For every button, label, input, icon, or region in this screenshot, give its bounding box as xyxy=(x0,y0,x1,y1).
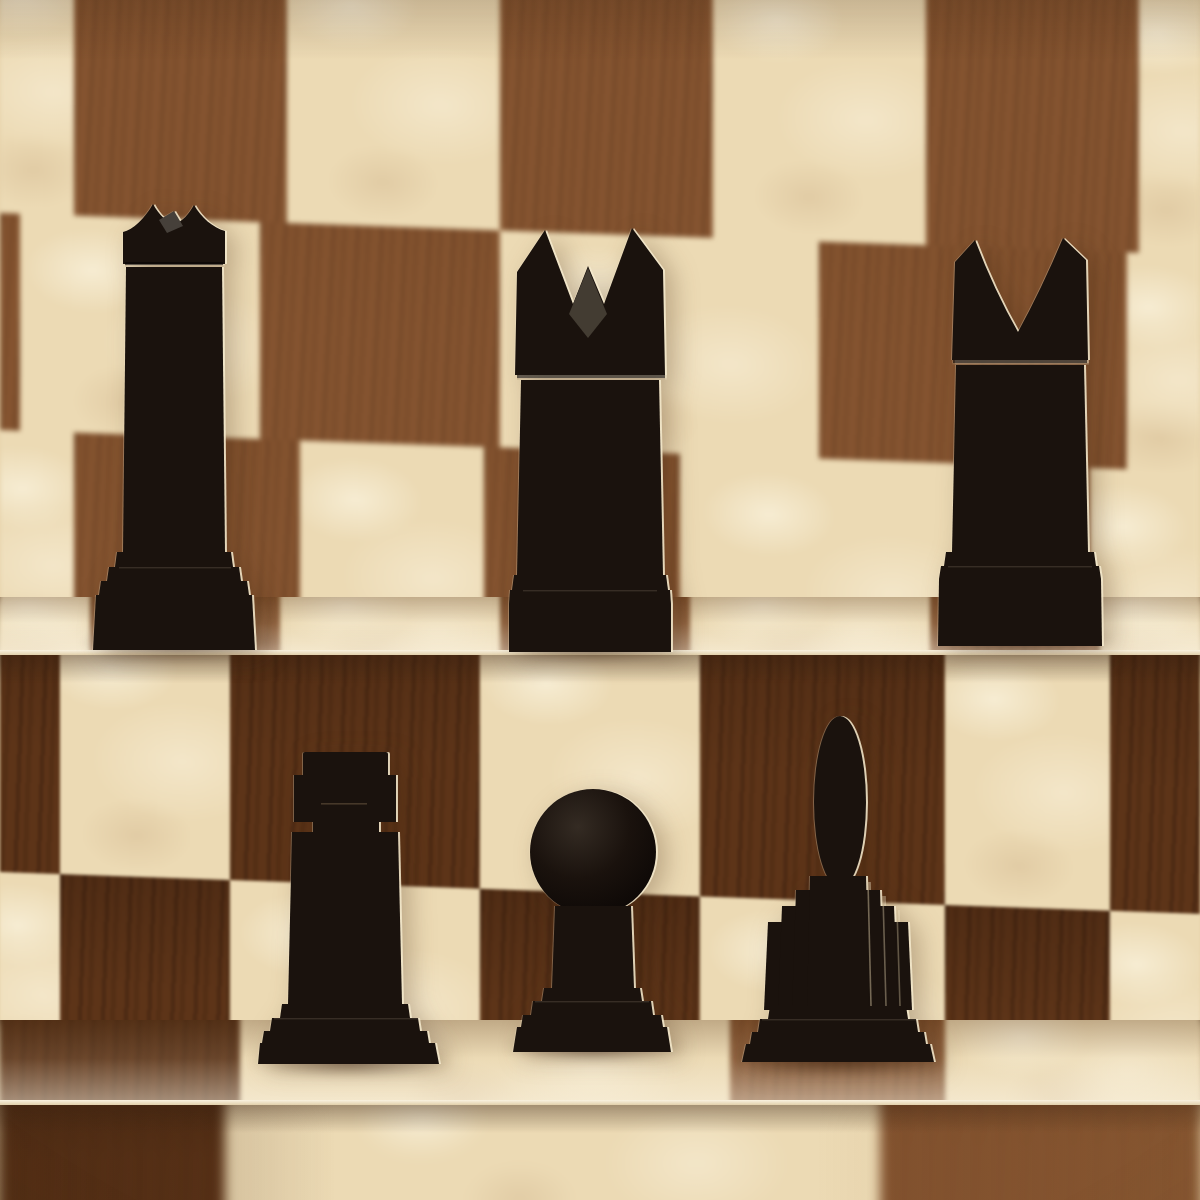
board-square-brown_light xyxy=(74,0,287,223)
knight-base-step-2 xyxy=(758,1019,918,1032)
bishop-mitre xyxy=(952,238,1088,360)
queen-base-step-1 xyxy=(512,575,668,590)
board-square-cream xyxy=(300,440,484,597)
bishop-neck-seam xyxy=(953,360,1087,363)
board-square-cream xyxy=(680,454,976,597)
queen-neck-seam xyxy=(517,375,665,378)
pawn-base-step-2 xyxy=(531,1001,653,1015)
pawn-column xyxy=(552,906,634,988)
board-square-cream xyxy=(60,655,230,880)
king-step-highlight xyxy=(119,567,231,568)
board-square-cream xyxy=(690,597,930,655)
bishop-step-highlight xyxy=(948,566,1092,567)
board-square-brown_dark xyxy=(1110,655,1200,914)
board-square-cream xyxy=(287,0,500,230)
board-square-brown_dark xyxy=(0,655,60,874)
black-queen-piece[interactable] xyxy=(509,226,671,652)
black-bishop-piece[interactable] xyxy=(938,234,1102,646)
king-shaft xyxy=(123,267,225,552)
queen-shaft xyxy=(517,380,663,575)
board-square-cream xyxy=(0,597,90,655)
board-square-brown_dark xyxy=(60,874,230,1020)
king-base-step-3 xyxy=(99,581,249,595)
black-king-piece[interactable] xyxy=(93,198,255,650)
bishop-base-step-2 xyxy=(939,566,1101,579)
pawn-base-step-3 xyxy=(521,1015,663,1027)
board-square-cream xyxy=(1090,468,1200,597)
knight-fin-core xyxy=(807,876,869,1010)
foreground-wall-checker xyxy=(0,1105,1200,1200)
pawn-sphere xyxy=(530,789,656,915)
knight-disc xyxy=(814,716,866,888)
board-square-brown_dark xyxy=(0,1105,225,1200)
board-square-cream xyxy=(0,0,74,216)
scene xyxy=(0,0,1200,1200)
rook-base-step-2 xyxy=(270,1018,420,1031)
board-square-cream xyxy=(945,655,1110,911)
rook-base-step-1 xyxy=(280,1004,410,1018)
king-base-step-1 xyxy=(115,552,233,567)
pawn-base-step-1 xyxy=(542,988,642,1001)
rook-collar-highlight xyxy=(321,803,367,805)
knight-base-step-3 xyxy=(750,1032,926,1044)
knight-step-highlight xyxy=(762,1019,916,1020)
king-base-block xyxy=(93,595,255,650)
board-square-cream xyxy=(1127,252,1200,472)
board-square-brown_dark xyxy=(0,1020,240,1105)
rook-base-step-3 xyxy=(262,1031,429,1043)
pawn-base-block xyxy=(513,1027,671,1052)
king-base-step-2 xyxy=(107,567,241,581)
rook-collar xyxy=(313,800,379,834)
black-knight-piece[interactable] xyxy=(740,710,936,1062)
queen-base-block xyxy=(509,604,671,652)
bishop-shaft xyxy=(952,365,1088,552)
rook-shaft xyxy=(288,832,402,1004)
queen-base-step-2 xyxy=(509,590,671,604)
board-square-brown_light xyxy=(0,213,20,431)
bishop-base-block xyxy=(938,579,1102,646)
king-neck-seam-light xyxy=(125,265,223,267)
board-square-brown_light xyxy=(500,0,713,238)
pawn-step-highlight xyxy=(535,1001,649,1002)
bishop-base-step-1 xyxy=(944,552,1096,566)
board-square-cream xyxy=(225,1105,880,1200)
board-square-cream xyxy=(713,0,926,245)
board-square-brown_light xyxy=(880,1105,1200,1200)
board-square-cream xyxy=(1100,597,1200,655)
knight-base-block xyxy=(742,1044,934,1062)
knight-base-step-1 xyxy=(768,1006,908,1019)
rook-base-block xyxy=(258,1043,439,1064)
black-pawn-piece[interactable] xyxy=(512,786,672,1052)
queen-step-highlight xyxy=(523,590,657,591)
board-square-cream xyxy=(0,872,60,1020)
board-square-cream xyxy=(280,597,500,655)
board-square-brown_dark xyxy=(945,905,1110,1020)
board-square-brown_light xyxy=(260,222,500,447)
board-square-cream xyxy=(1139,0,1200,255)
board-square-cream xyxy=(0,430,74,597)
king-neck-seam xyxy=(125,262,223,265)
board-square-brown_light xyxy=(926,0,1139,253)
rook-step-highlight xyxy=(274,1018,418,1019)
queen-neck-seam-light xyxy=(517,378,665,380)
black-rook-piece[interactable] xyxy=(258,750,440,1064)
board-square-cream xyxy=(945,1020,1200,1105)
bishop-neck-seam-light xyxy=(953,363,1087,365)
board-square-cream xyxy=(1110,911,1200,1020)
